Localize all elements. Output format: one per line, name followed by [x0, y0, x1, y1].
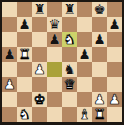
piece-black-rook-e8: ♜ — [63, 2, 75, 17]
square-g5[interactable] — [92, 47, 107, 62]
square-c8[interactable]: ♜ — [32, 2, 47, 17]
square-g4[interactable] — [92, 62, 107, 77]
square-f1[interactable]: ♝ — [77, 107, 92, 122]
piece-white-king-c2: ♚ — [33, 92, 45, 107]
square-c6[interactable] — [32, 32, 47, 47]
square-f8[interactable] — [77, 2, 92, 17]
square-b3[interactable] — [17, 77, 32, 92]
square-c1[interactable] — [32, 107, 47, 122]
square-h5[interactable] — [107, 47, 122, 62]
square-a7[interactable] — [2, 17, 17, 32]
square-d5[interactable] — [47, 47, 62, 62]
square-c2[interactable]: ♚ — [32, 92, 47, 107]
square-d6[interactable]: ♟ — [47, 32, 62, 47]
square-h7[interactable]: ♟ — [107, 17, 122, 32]
square-g1[interactable]: ♜ — [92, 107, 107, 122]
square-f3[interactable] — [77, 77, 92, 92]
square-f4[interactable] — [77, 62, 92, 77]
chess-board: ♜♜♚♟♛♟♟♞♟♟♜♟♟♞♟♛♚♟♟♞♝♜ — [2, 2, 122, 122]
square-f5[interactable]: ♟ — [77, 47, 92, 62]
square-a1[interactable] — [2, 107, 17, 122]
piece-black-king-g8: ♚ — [93, 2, 105, 17]
piece-black-pawn-b7: ♟ — [18, 17, 30, 32]
square-g6[interactable]: ♟ — [92, 32, 107, 47]
piece-black-pawn-d6: ♟ — [48, 32, 60, 47]
piece-black-pawn-h7: ♟ — [108, 17, 120, 32]
square-e3[interactable]: ♛ — [62, 77, 77, 92]
square-h2[interactable]: ♟ — [107, 92, 122, 107]
piece-white-rook-b5: ♜ — [18, 47, 30, 62]
square-d4[interactable] — [47, 62, 62, 77]
piece-black-pawn-a5: ♟ — [3, 47, 15, 62]
square-h4[interactable] — [107, 62, 122, 77]
piece-white-pawn-a3: ♟ — [3, 77, 15, 92]
piece-black-pawn-g6: ♟ — [93, 32, 105, 47]
piece-white-rook-g1: ♜ — [93, 107, 105, 122]
square-a2[interactable] — [2, 92, 17, 107]
square-d3[interactable] — [47, 77, 62, 92]
square-b4[interactable] — [17, 62, 32, 77]
square-e2[interactable] — [62, 92, 77, 107]
square-a8[interactable] — [2, 2, 17, 17]
square-a5[interactable]: ♟ — [2, 47, 17, 62]
square-c4[interactable]: ♟ — [32, 62, 47, 77]
square-c7[interactable] — [32, 17, 47, 32]
piece-white-pawn-g2: ♟ — [93, 92, 105, 107]
square-b1[interactable]: ♞ — [17, 107, 32, 122]
square-d2[interactable] — [47, 92, 62, 107]
piece-black-rook-c8: ♜ — [33, 2, 45, 17]
piece-black-knight-e4: ♞ — [63, 62, 75, 77]
piece-white-pawn-h2: ♟ — [108, 92, 120, 107]
piece-white-knight-b1: ♞ — [18, 107, 30, 122]
square-b5[interactable]: ♜ — [17, 47, 32, 62]
square-d1[interactable] — [47, 107, 62, 122]
piece-white-bishop-f1: ♝ — [78, 107, 90, 122]
piece-black-pawn-f5: ♟ — [78, 47, 90, 62]
square-e8[interactable]: ♜ — [62, 2, 77, 17]
square-e1[interactable] — [62, 107, 77, 122]
piece-white-pawn-c4: ♟ — [33, 62, 45, 77]
square-h6[interactable] — [107, 32, 122, 47]
square-g8[interactable]: ♚ — [92, 2, 107, 17]
piece-white-knight-e6: ♞ — [63, 32, 75, 47]
square-h1[interactable] — [107, 107, 122, 122]
square-b7[interactable]: ♟ — [17, 17, 32, 32]
square-a3[interactable]: ♟ — [2, 77, 17, 92]
piece-black-queen-d7: ♛ — [48, 17, 60, 32]
piece-white-queen-e3: ♛ — [63, 77, 75, 92]
square-e6[interactable]: ♞ — [62, 32, 77, 47]
square-f7[interactable] — [77, 17, 92, 32]
